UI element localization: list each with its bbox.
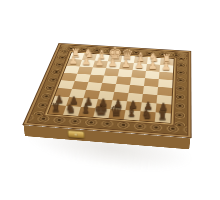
brass-latch-icon <box>68 130 85 138</box>
chess-board: ♜♞♝♚♛♝♞♜♟♟♟♟♟♟♟♟♟♟♟♟♟♟♟♟♜♞♝♚♛♝♞♜ <box>22 43 192 138</box>
chess-set: ♜♞♝♚♛♝♞♜♟♟♟♟♟♟♟♟♟♟♟♟♟♟♟♟♜♞♝♚♛♝♞♜ <box>22 43 192 138</box>
chess-set-photo: ♜♞♝♚♛♝♞♜♟♟♟♟♟♟♟♟♟♟♟♟♟♟♟♟♜♞♝♚♛♝♞♜ <box>0 0 220 200</box>
board-square <box>139 111 155 121</box>
frame-rosettes-right <box>171 57 187 126</box>
